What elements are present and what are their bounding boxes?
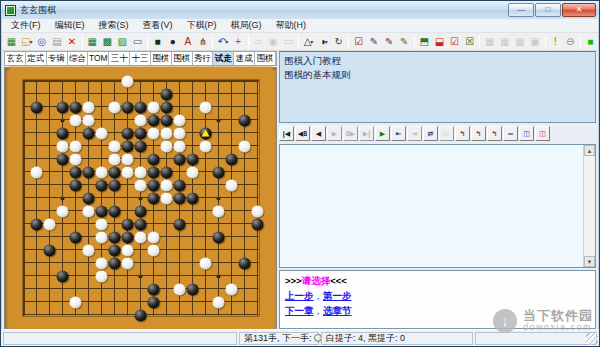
black-stone-P15 <box>200 127 212 139</box>
white-stone-T9 <box>252 205 264 217</box>
black-stone-O3 <box>187 283 199 295</box>
white-stone-E13 <box>70 153 82 165</box>
toolbar-separator <box>479 35 480 49</box>
black-stone-T8 <box>252 218 264 230</box>
white-stone-L15 <box>148 127 160 139</box>
star-point <box>139 274 143 278</box>
black-stone-H12 <box>109 166 121 178</box>
toolbar-separator <box>82 35 83 49</box>
white-stone-G4 <box>96 270 108 282</box>
last-move-marker <box>202 129 210 136</box>
black-stone-D4 <box>57 270 69 282</box>
black-stone-D15 <box>57 127 69 139</box>
lesson-item-1[interactable]: 围棋入门教程 <box>284 54 591 68</box>
black-stone-N11 <box>174 179 186 191</box>
lesson-item-2[interactable]: 围棋的基本规则 <box>284 68 591 82</box>
black-stone-H5 <box>109 257 121 269</box>
board-joseki-icon[interactable]: ▧ <box>115 34 130 50</box>
edit-mark-icon[interactable]: ✎ <box>382 34 397 50</box>
collection-tabs: 玄玄定式专辑综合TOM三十十三围棋围棋秀行试走速成围棋 <box>4 51 277 66</box>
black-stone-Q7 <box>213 231 225 243</box>
toolbar-separator <box>248 35 249 49</box>
find-next-button[interactable]: ◫ <box>535 126 550 141</box>
white-stone-L17 <box>148 101 160 113</box>
white-stone-P5 <box>200 257 212 269</box>
choice-link-选章节[interactable]: 选章节 <box>323 305 352 316</box>
menu-item-4[interactable]: 查看(V) <box>136 19 180 32</box>
black-stone-Q12 <box>213 166 225 178</box>
black-stone-F10 <box>83 192 95 204</box>
black-stone-M12 <box>161 166 173 178</box>
play-button[interactable]: ▶ <box>375 126 390 141</box>
toolbar-separator <box>298 35 299 49</box>
info-icon[interactable]: ◉ <box>266 34 281 50</box>
eraser-icon[interactable]: ▭ <box>281 34 296 50</box>
back-ten-button[interactable]: ◀8 <box>295 126 310 141</box>
black-stone-M17 <box>161 101 173 113</box>
choice-panel: >>>请选择<<< 上一步，第一步 下一章，选章节 <box>279 270 596 329</box>
white-stone-G7 <box>96 231 108 243</box>
white-stone-H13 <box>109 153 121 165</box>
search-file-icon[interactable]: ◎ <box>34 34 49 50</box>
black-stone-L13 <box>148 153 160 165</box>
black-stone-D17 <box>57 101 69 113</box>
wrong-answer-icon[interactable]: ☒ <box>462 34 477 50</box>
hint-icon[interactable]: ! <box>548 34 563 50</box>
menu-item-2[interactable]: 编辑(E) <box>48 19 92 32</box>
rotate-icon[interactable]: ↻ <box>331 34 346 50</box>
main-area: 玄玄定式专辑综合TOM三十十三围棋围棋秀行试走速成围棋 围棋入门教程围棋的基本规… <box>2 51 598 329</box>
black-stone-J7 <box>122 231 134 243</box>
triangle-mark-icon[interactable]: △▾ <box>301 34 316 50</box>
black-stone-L11 <box>148 179 160 191</box>
lesson-list: 围棋入门教程围棋的基本规则 <box>279 51 596 123</box>
black-stone-K14 <box>135 140 147 152</box>
stone-icon[interactable]: ● <box>165 34 180 50</box>
choice-link-下一章[interactable]: 下一章 <box>285 305 314 316</box>
search-button[interactable]: ∞ <box>503 126 518 141</box>
black-stone-J14 <box>122 140 134 152</box>
star-point <box>217 274 221 278</box>
board-problem-icon[interactable]: ▩ <box>100 34 115 50</box>
disabled-1-icon[interactable]: ▦ <box>482 34 497 50</box>
white-stone-H17 <box>109 101 121 113</box>
choice-links-row1: 上一步，第一步 <box>285 288 590 303</box>
black-stone-L2 <box>148 296 160 308</box>
scroll-down-icon[interactable]: ▼ <box>584 256 595 267</box>
stones-mark-icon[interactable]: ◑▾ <box>316 34 331 50</box>
black-stone-E7 <box>70 231 82 243</box>
status-message-box <box>3 332 237 345</box>
tab-10-秀行[interactable]: 秀行 <box>193 52 214 65</box>
first-move-button[interactable]: |◀ <box>279 126 294 141</box>
star-point <box>217 196 221 200</box>
toolbar-separator <box>545 35 546 49</box>
black-stone-E11 <box>70 179 82 191</box>
menu-item-7[interactable]: 帮助(H) <box>269 19 314 32</box>
black-stone-N13 <box>174 153 186 165</box>
prev-move-button[interactable]: ◀ <box>311 126 326 141</box>
back-branch-button[interactable]: ⇤ <box>391 126 406 141</box>
tab-12-速成[interactable]: 速成 <box>234 52 255 65</box>
ok-icon[interactable]: ■ <box>583 34 598 50</box>
white-stone-B12 <box>31 166 43 178</box>
black-stone-G9 <box>96 205 108 217</box>
black-stone-F12 <box>83 166 95 178</box>
tab-3-专辑[interactable]: 专辑 <box>47 52 68 65</box>
black-stone-J8 <box>122 218 134 230</box>
white-stone-K16 <box>135 114 147 126</box>
black-stone-L12 <box>148 166 160 178</box>
choice-link-第一步[interactable]: 第一步 <box>323 290 352 301</box>
tab-8-围棋[interactable]: 围棋 <box>151 52 172 65</box>
black-stone-O13 <box>187 153 199 165</box>
side-pane: 围棋入门教程围棋的基本规则 |◀◀8◀▶8▶▶|▶⇤⇥⇄▷↰↰↰∞◫◫ ▲ ▼ … <box>279 51 596 329</box>
black-stone-H11 <box>109 179 121 191</box>
tab-4-综合[interactable]: 综合 <box>68 52 89 65</box>
black-stone-G11 <box>96 179 108 191</box>
white-stone-K12 <box>135 166 147 178</box>
white-stone-K11 <box>135 179 147 191</box>
delete-icon[interactable]: ✕ <box>64 34 79 50</box>
white-stone-Q9 <box>213 205 225 217</box>
paste-icon[interactable]: ▱ <box>251 34 266 50</box>
save-icon[interactable]: ▤ <box>49 34 64 50</box>
branch-icon[interactable]: ⋔ <box>195 34 210 50</box>
choice-prompt: >>>请选择<<< <box>285 273 590 288</box>
white-stone-J6 <box>122 244 134 256</box>
undo-icon[interactable]: ↶▾ <box>215 34 230 50</box>
toolbar: ▦◱▾◎▤✕▦▩▧▭■●A⋔↶▾+▱◉▭△▾◑▾↻☑✎✎✎⬒⬓☑☒▦▦▦▣!⊖■ <box>2 33 598 51</box>
prev-chapter-icon[interactable]: ⬒ <box>417 34 432 50</box>
new-board-icon[interactable]: ▦ <box>4 34 19 50</box>
black-stone-H7 <box>109 231 121 243</box>
scrollbar[interactable]: ▲ ▼ <box>583 145 595 267</box>
dark-board-icon[interactable]: ■ <box>150 34 165 50</box>
white-stone-F16 <box>83 114 95 126</box>
black-stone-S16 <box>239 114 251 126</box>
window-controls: —□✕ <box>508 3 596 17</box>
open-file-icon[interactable]: ◱▾ <box>19 34 34 50</box>
white-stone-J5 <box>122 257 134 269</box>
pass-icon[interactable]: ⊖ <box>563 34 578 50</box>
jump-back-1-button[interactable]: ↰ <box>455 126 470 141</box>
forward-ten-button[interactable]: 8▶ <box>343 126 358 141</box>
white-stone-M15 <box>161 127 173 139</box>
black-stone-B8 <box>31 218 43 230</box>
screen-icon[interactable]: ▭ <box>130 34 145 50</box>
white-stone-M14 <box>161 140 173 152</box>
edit-variation-icon[interactable]: ✎ <box>397 34 412 50</box>
white-stone-G15 <box>96 127 108 139</box>
forward-branch-button[interactable]: ⇥ <box>407 126 422 141</box>
next-chapter-icon[interactable]: ⬓ <box>432 34 447 50</box>
tab-1-玄玄[interactable]: 玄玄 <box>5 52 26 65</box>
check-answer-icon[interactable]: ☑ <box>351 34 366 50</box>
white-stone-N14 <box>174 140 186 152</box>
white-stone-F9 <box>83 205 95 217</box>
white-stone-L6 <box>148 244 160 256</box>
black-stone-K17 <box>135 101 147 113</box>
close-button[interactable]: ✕ <box>562 3 596 17</box>
black-stone-B17 <box>31 101 43 113</box>
white-stone-M11 <box>161 179 173 191</box>
black-stone-K9 <box>135 205 147 217</box>
jump-back-2-button[interactable]: ↰ <box>471 126 486 141</box>
star-point <box>139 196 143 200</box>
white-stone-G5 <box>96 257 108 269</box>
scroll-up-icon[interactable]: ▲ <box>584 145 595 156</box>
black-stone-L3 <box>148 283 160 295</box>
white-stone-R3 <box>226 283 238 295</box>
go-board[interactable] <box>9 67 272 330</box>
swap-branch-button[interactable]: ⇄ <box>423 126 438 141</box>
toolbar-separator <box>212 35 213 49</box>
star-point <box>61 118 65 122</box>
link-separator: ， <box>314 290 324 301</box>
white-stone-J12 <box>122 166 134 178</box>
move-number-box: 第131手, 下一手: <box>239 332 319 345</box>
white-stone-H14 <box>109 140 121 152</box>
board-library-icon[interactable]: ▦ <box>85 34 100 50</box>
jump-back-3-button[interactable]: ↰ <box>487 126 502 141</box>
white-stone-M10 <box>161 192 173 204</box>
black-stone-K1 <box>135 309 147 321</box>
white-stone-L7 <box>148 231 160 243</box>
disabled-2-icon[interactable]: ▦ <box>497 34 512 50</box>
find-prev-button[interactable]: ◫ <box>519 126 534 141</box>
black-stone-E12 <box>70 166 82 178</box>
menu-item-5[interactable]: 下棋(P) <box>180 19 224 32</box>
last-move-button[interactable]: ▶| <box>359 126 374 141</box>
resize-grip[interactable] <box>586 333 598 345</box>
captures-box: 白提子: 4, 黑提子: 0 <box>321 332 473 345</box>
white-stone-E14 <box>70 140 82 152</box>
white-stone-F17 <box>83 101 95 113</box>
menu-item-3[interactable]: 搜索(S) <box>92 19 136 32</box>
black-stone-J15 <box>122 127 134 139</box>
black-stone-S5 <box>239 257 251 269</box>
choice-link-上一步[interactable]: 上一步 <box>285 290 314 301</box>
tab-13-围棋[interactable]: 围棋 <box>255 52 276 65</box>
white-stone-K7 <box>135 231 147 243</box>
choice-links-row2: 下一章，选章节 <box>285 303 590 318</box>
black-stone-R13 <box>226 153 238 165</box>
maximize-button[interactable]: □ <box>535 3 561 17</box>
tab-5-TOM[interactable]: TOM <box>88 52 109 65</box>
black-stone-H9 <box>109 205 121 217</box>
white-stone-D9 <box>57 205 69 217</box>
black-stone-J17 <box>122 101 134 113</box>
white-stone-G8 <box>96 218 108 230</box>
toolbar-separator <box>147 35 148 49</box>
white-stone-E2 <box>70 296 82 308</box>
white-stone-D14 <box>57 140 69 152</box>
menu-item-1[interactable]: 文件(F) <box>4 19 48 32</box>
next-move-button[interactable]: ▶ <box>327 126 342 141</box>
white-stone-J19 <box>122 75 134 87</box>
white-stone-G12 <box>96 166 108 178</box>
tab-6-三十[interactable]: 三十 <box>109 52 130 65</box>
black-stone-K15 <box>135 127 147 139</box>
black-stone-N8 <box>174 218 186 230</box>
black-stone-N10 <box>174 192 186 204</box>
right-answer-icon[interactable]: ☑ <box>447 34 462 50</box>
minimize-button[interactable]: — <box>508 3 534 17</box>
app-icon <box>5 5 16 16</box>
auto-play-button[interactable]: ▷ <box>439 126 454 141</box>
commentary-panel: ▲ ▼ <box>279 144 596 268</box>
menu-bar: 文件(F)编辑(E)搜索(S)查看(V)下棋(P)棋局(G)帮助(H) <box>2 19 598 33</box>
board-pane: 玄玄定式专辑综合TOM三十十三围棋围棋秀行试走速成围棋 <box>4 51 277 329</box>
status-extra-box <box>475 332 597 345</box>
black-stone-K8 <box>135 218 147 230</box>
black-stone-L10 <box>148 192 160 204</box>
star-point <box>217 118 221 122</box>
black-stone-O10 <box>187 192 199 204</box>
tab-11-试走[interactable]: 试走 <box>213 52 234 65</box>
white-stone-N16 <box>174 114 186 126</box>
white-stone-N3 <box>174 283 186 295</box>
white-stone-N15 <box>174 127 186 139</box>
black-stone-L16 <box>148 114 160 126</box>
board-frame <box>4 67 277 329</box>
status-bar: 第131手, 下一手: 白提子: 4, 黑提子: 0 <box>1 329 599 346</box>
label-icon[interactable]: A <box>180 34 195 50</box>
black-stone-C6 <box>44 244 56 256</box>
white-stone-F6 <box>83 244 95 256</box>
disabled-3-icon[interactable]: ▦ <box>512 34 527 50</box>
tab-7-十三[interactable]: 十三 <box>130 52 151 65</box>
black-stone-D13 <box>57 153 69 165</box>
toolbar-separator <box>580 35 581 49</box>
white-stone-Q2 <box>213 296 225 308</box>
white-stone-E16 <box>70 114 82 126</box>
title-bar[interactable]: 玄玄围棋 —□✕ <box>1 1 599 19</box>
tab-2-定式[interactable]: 定式 <box>26 52 47 65</box>
window-title: 玄玄围棋 <box>20 4 56 17</box>
black-stone-F15 <box>83 127 95 139</box>
toolbar-separator <box>348 35 349 49</box>
star-point <box>61 196 65 200</box>
disabled-4-icon[interactable]: ▣ <box>528 34 543 50</box>
white-stone-P14 <box>200 140 212 152</box>
tab-9-围棋[interactable]: 围棋 <box>172 52 193 65</box>
black-stone-M18 <box>161 88 173 100</box>
toolbar-separator <box>414 35 415 49</box>
coordinates-icon[interactable]: + <box>231 34 246 50</box>
menu-item-6[interactable]: 棋局(G) <box>224 19 269 32</box>
white-stone-P17 <box>200 101 212 113</box>
link-separator: ， <box>314 305 324 316</box>
white-stone-S14 <box>239 140 251 152</box>
white-stone-J13 <box>122 153 134 165</box>
app-window: 玄玄围棋 —□✕ 文件(F)编辑(E)搜索(S)查看(V)下棋(P)棋局(G)帮… <box>0 0 600 347</box>
black-stone-M16 <box>161 114 173 126</box>
move-nav-bar: |◀◀8◀▶8▶▶|▶⇤⇥⇄▷↰↰↰∞◫◫ <box>279 125 550 142</box>
white-stone-C8 <box>44 218 56 230</box>
white-stone-O12 <box>187 166 199 178</box>
white-stone-R11 <box>226 179 238 191</box>
black-stone-H6 <box>109 244 121 256</box>
edit-move-icon[interactable]: ✎ <box>366 34 381 50</box>
black-stone-E17 <box>70 101 82 113</box>
